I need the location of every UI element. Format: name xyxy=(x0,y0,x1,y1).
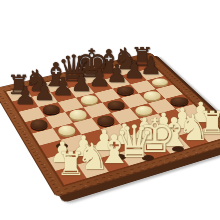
board-foot xyxy=(172,146,184,152)
board-foot xyxy=(114,154,126,160)
board-grid xyxy=(6,59,220,185)
product-photo-scene: ♜♞♝♛♚♝♞♜♟♟♟♟♟♟♟♟♟♟♟♟♟♟♟♟♜♞♝♛♚♝♞♜ xyxy=(0,0,220,220)
board-foot xyxy=(142,155,154,161)
board-foot xyxy=(56,143,68,149)
chessboard-frame xyxy=(0,52,220,197)
